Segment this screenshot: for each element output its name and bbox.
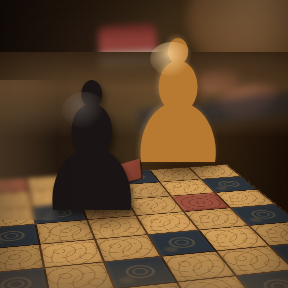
black-pawn-glyph: ♟ — [33, 60, 151, 238]
board-square-c3[interactable] — [0, 268, 48, 288]
photo-stage: ♟ ♟ — [0, 0, 288, 288]
board-square-d3[interactable] — [45, 262, 113, 288]
black-pawn-piece[interactable]: ♟ — [8, 60, 176, 238]
